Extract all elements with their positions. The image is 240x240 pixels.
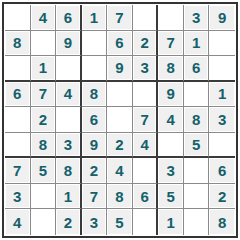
cell-r5c6[interactable]: 7	[133, 107, 159, 133]
cell-r3c9[interactable]	[209, 56, 235, 82]
cell-r2c6[interactable]: 2	[133, 31, 159, 57]
cell-r4c6[interactable]	[133, 82, 159, 108]
cell-r5c9[interactable]: 3	[209, 107, 235, 133]
cell-r2c3[interactable]: 9	[56, 31, 82, 57]
cell-r9c3[interactable]: 2	[56, 209, 82, 235]
cell-r5c7[interactable]: 4	[158, 107, 184, 133]
cell-r8c5[interactable]: 8	[107, 184, 133, 210]
cell-r1c6[interactable]	[133, 5, 159, 31]
cell-r3c1[interactable]	[5, 56, 31, 82]
cell-r4c1[interactable]: 6	[5, 82, 31, 108]
cell-r9c6[interactable]	[133, 209, 159, 235]
cell-r9c8[interactable]	[184, 209, 210, 235]
cell-r6c6[interactable]: 4	[133, 133, 159, 159]
cell-r3c5[interactable]: 9	[107, 56, 133, 82]
cell-r8c4[interactable]: 7	[82, 184, 108, 210]
cell-r7c1[interactable]: 7	[5, 158, 31, 184]
cell-r6c3[interactable]: 3	[56, 133, 82, 159]
cell-r7c4[interactable]: 2	[82, 158, 108, 184]
cell-r8c8[interactable]	[184, 184, 210, 210]
cell-r6c9[interactable]	[209, 133, 235, 159]
cell-r3c3[interactable]	[56, 56, 82, 82]
cell-r7c9[interactable]: 6	[209, 158, 235, 184]
cell-r4c5[interactable]	[107, 82, 133, 108]
cell-r9c7[interactable]: 1	[158, 209, 184, 235]
cell-r5c8[interactable]: 8	[184, 107, 210, 133]
cell-r9c5[interactable]: 5	[107, 209, 133, 235]
cell-r9c9[interactable]: 8	[209, 209, 235, 235]
cell-r3c7[interactable]: 8	[158, 56, 184, 82]
cell-r3c4[interactable]	[82, 56, 108, 82]
cell-r5c1[interactable]	[5, 107, 31, 133]
cell-r8c2[interactable]	[31, 184, 57, 210]
cell-r8c3[interactable]: 1	[56, 184, 82, 210]
cell-r6c4[interactable]: 9	[82, 133, 108, 159]
cell-r2c4[interactable]	[82, 31, 108, 57]
cell-r5c3[interactable]	[56, 107, 82, 133]
cell-r1c3[interactable]: 6	[56, 5, 82, 31]
cell-r2c7[interactable]: 7	[158, 31, 184, 57]
sudoku-page: 4617398962711938667489126748383924575824…	[0, 0, 240, 240]
cell-r1c8[interactable]: 3	[184, 5, 210, 31]
sudoku-board-frame: 4617398962711938667489126748383924575824…	[2, 2, 238, 238]
cell-r6c5[interactable]: 2	[107, 133, 133, 159]
cell-r3c8[interactable]: 6	[184, 56, 210, 82]
sudoku-board: 4617398962711938667489126748383924575824…	[5, 5, 235, 235]
cell-r4c9[interactable]: 1	[209, 82, 235, 108]
cell-r2c2[interactable]	[31, 31, 57, 57]
cell-r5c5[interactable]	[107, 107, 133, 133]
cell-r4c7[interactable]: 9	[158, 82, 184, 108]
cell-r7c3[interactable]: 8	[56, 158, 82, 184]
cell-r3c6[interactable]: 3	[133, 56, 159, 82]
cell-r1c7[interactable]	[158, 5, 184, 31]
cell-r9c1[interactable]: 4	[5, 209, 31, 235]
cell-r2c1[interactable]: 8	[5, 31, 31, 57]
cell-r7c5[interactable]: 4	[107, 158, 133, 184]
cell-r7c2[interactable]: 5	[31, 158, 57, 184]
cell-r9c2[interactable]	[31, 209, 57, 235]
cell-r4c2[interactable]: 7	[31, 82, 57, 108]
cell-r1c2[interactable]: 4	[31, 5, 57, 31]
cell-r6c8[interactable]: 5	[184, 133, 210, 159]
cell-r5c4[interactable]: 6	[82, 107, 108, 133]
cell-r2c9[interactable]	[209, 31, 235, 57]
cell-r2c5[interactable]: 6	[107, 31, 133, 57]
cell-r8c9[interactable]: 2	[209, 184, 235, 210]
cell-r1c5[interactable]: 7	[107, 5, 133, 31]
cell-r8c7[interactable]: 5	[158, 184, 184, 210]
cell-r9c4[interactable]: 3	[82, 209, 108, 235]
cell-r5c2[interactable]: 2	[31, 107, 57, 133]
cell-r4c8[interactable]	[184, 82, 210, 108]
cell-r1c1[interactable]	[5, 5, 31, 31]
cell-r1c4[interactable]: 1	[82, 5, 108, 31]
cell-r8c1[interactable]: 3	[5, 184, 31, 210]
cell-r4c4[interactable]: 8	[82, 82, 108, 108]
cell-r7c6[interactable]	[133, 158, 159, 184]
cell-r6c7[interactable]	[158, 133, 184, 159]
cell-r7c7[interactable]: 3	[158, 158, 184, 184]
cell-r2c8[interactable]: 1	[184, 31, 210, 57]
cell-r3c2[interactable]: 1	[31, 56, 57, 82]
cell-r1c9[interactable]: 9	[209, 5, 235, 31]
cell-r6c2[interactable]: 8	[31, 133, 57, 159]
cell-r7c8[interactable]	[184, 158, 210, 184]
cell-r6c1[interactable]	[5, 133, 31, 159]
cell-r4c3[interactable]: 4	[56, 82, 82, 108]
cell-r8c6[interactable]: 6	[133, 184, 159, 210]
